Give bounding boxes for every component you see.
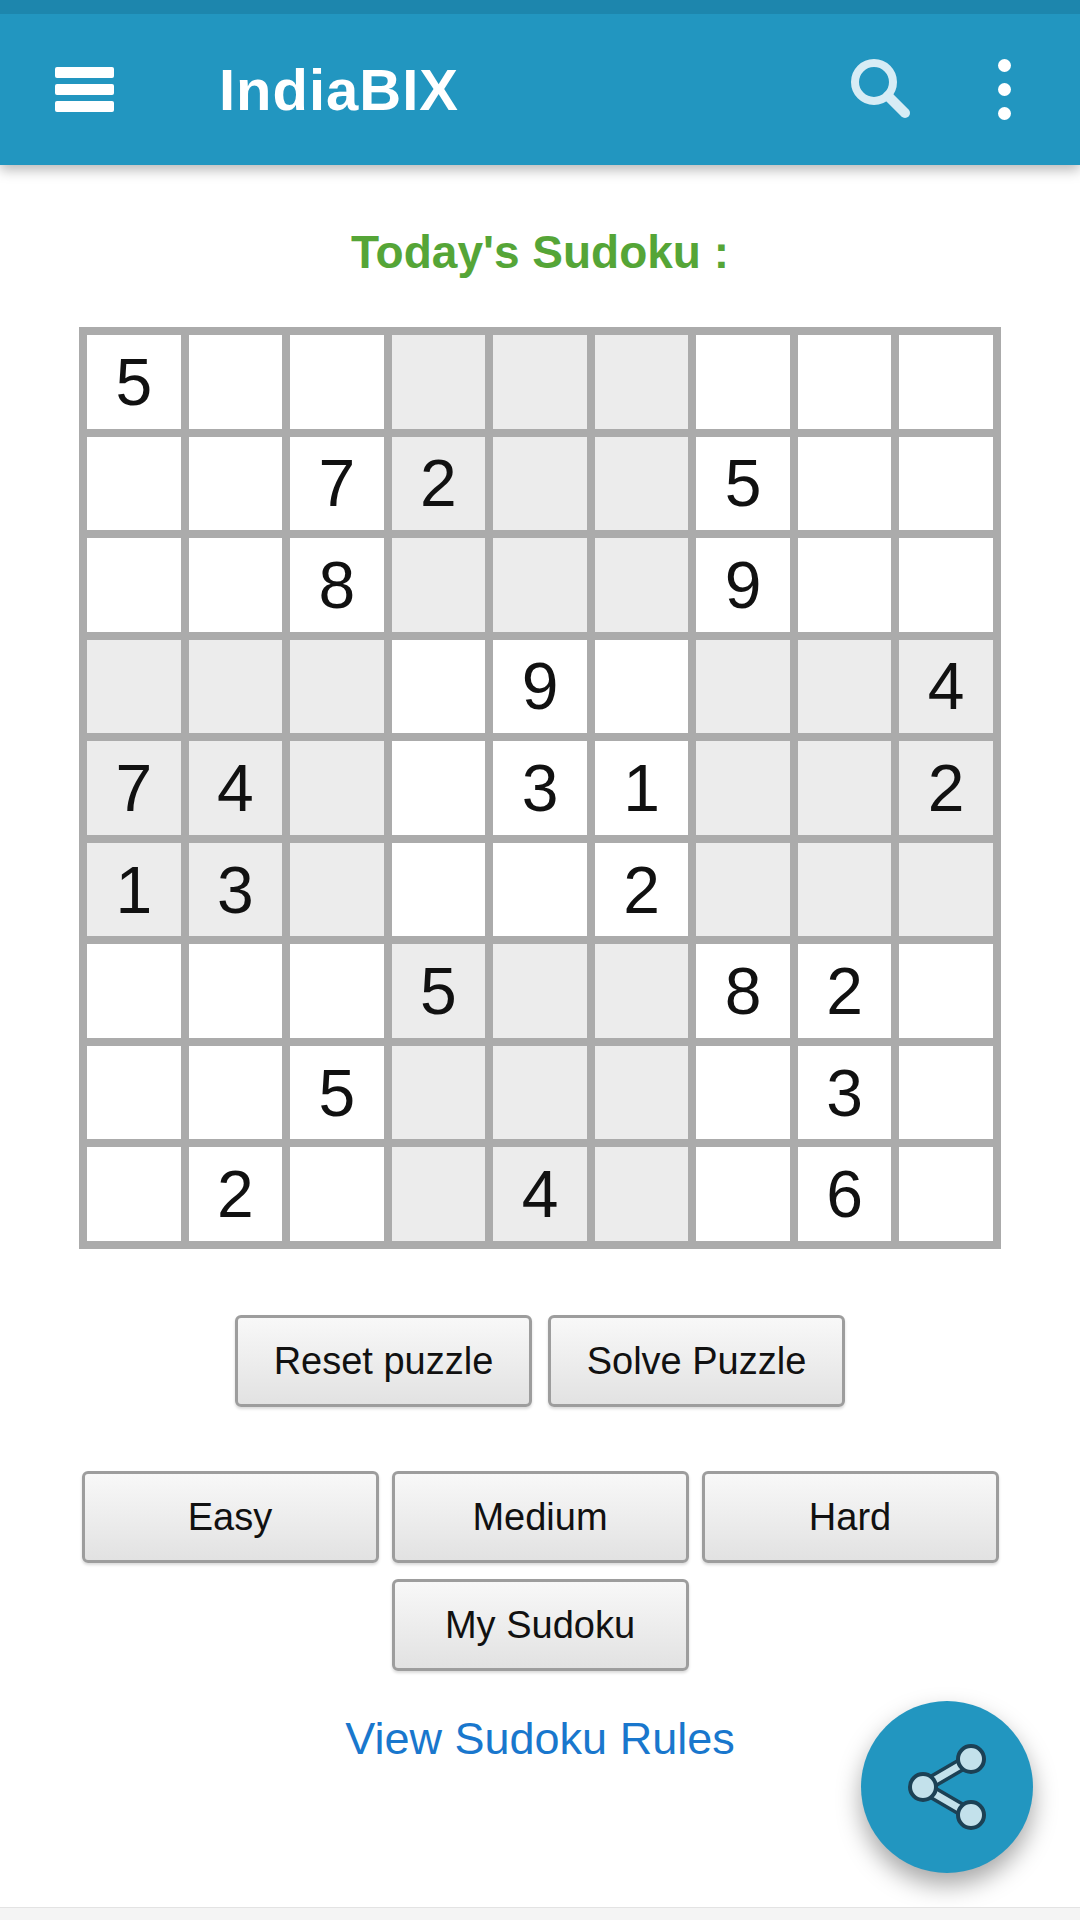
sudoku-cell-r6c9[interactable]	[899, 843, 993, 937]
sudoku-cell-r1c7[interactable]	[696, 335, 790, 429]
sudoku-cell-r6c7[interactable]	[696, 843, 790, 937]
share-icon	[901, 1741, 993, 1833]
sudoku-cell-r2c8[interactable]	[798, 437, 892, 531]
sudoku-cell-r5c7[interactable]	[696, 741, 790, 835]
hard-button[interactable]: Hard	[702, 1471, 999, 1563]
page-title: Today's Sudoku :	[0, 227, 1080, 277]
sudoku-cell-r1c8[interactable]	[798, 335, 892, 429]
sudoku-cell-r5c4[interactable]	[392, 741, 486, 835]
sudoku-cell-r8c5[interactable]	[493, 1046, 587, 1140]
sudoku-cell-r7c7[interactable]: 8	[696, 944, 790, 1038]
sudoku-cell-r1c1[interactable]: 5	[87, 335, 181, 429]
sudoku-cell-r1c6[interactable]	[595, 335, 689, 429]
sudoku-cell-r8c4[interactable]	[392, 1046, 486, 1140]
sudoku-cell-r6c4[interactable]	[392, 843, 486, 937]
bottom-navigation-strip	[0, 1907, 1080, 1920]
sudoku-cell-r2c7[interactable]: 5	[696, 437, 790, 531]
sudoku-cell-r4c8[interactable]	[798, 640, 892, 734]
sudoku-cell-r4c9[interactable]: 4	[899, 640, 993, 734]
sudoku-cell-r9c7[interactable]	[696, 1147, 790, 1241]
sudoku-cell-r4c3[interactable]	[290, 640, 384, 734]
solve-puzzle-button[interactable]: Solve Puzzle	[548, 1315, 845, 1407]
sudoku-cell-r9c5[interactable]: 4	[493, 1147, 587, 1241]
view-sudoku-rules-link[interactable]: View Sudoku Rules	[345, 1713, 734, 1764]
sudoku-cell-r2c3[interactable]: 7	[290, 437, 384, 531]
sudoku-cell-r8c6[interactable]	[595, 1046, 689, 1140]
my-sudoku-row: My Sudoku	[0, 1579, 1080, 1671]
sudoku-cell-r2c1[interactable]	[87, 437, 181, 531]
sudoku-cell-r9c2[interactable]: 2	[189, 1147, 283, 1241]
sudoku-cell-r7c5[interactable]	[493, 944, 587, 1038]
sudoku-cell-r4c6[interactable]	[595, 640, 689, 734]
sudoku-cell-r7c4[interactable]: 5	[392, 944, 486, 1038]
sudoku-cell-r9c9[interactable]	[899, 1147, 993, 1241]
sudoku-cell-r9c8[interactable]: 6	[798, 1147, 892, 1241]
sudoku-cell-r7c8[interactable]: 2	[798, 944, 892, 1038]
sudoku-cell-r3c7[interactable]: 9	[696, 538, 790, 632]
share-fab-button[interactable]	[861, 1701, 1033, 1873]
sudoku-cell-r4c7[interactable]	[696, 640, 790, 734]
app-bar: IndiaBIX	[0, 0, 1080, 165]
sudoku-cell-r4c1[interactable]	[87, 640, 181, 734]
sudoku-cell-r9c4[interactable]	[392, 1147, 486, 1241]
sudoku-cell-r3c5[interactable]	[493, 538, 587, 632]
sudoku-cell-r1c2[interactable]	[189, 335, 283, 429]
sudoku-cell-r1c4[interactable]	[392, 335, 486, 429]
search-icon[interactable]	[842, 52, 918, 128]
sudoku-cell-r4c2[interactable]	[189, 640, 283, 734]
sudoku-cell-r8c8[interactable]: 3	[798, 1046, 892, 1140]
sudoku-cell-r7c3[interactable]	[290, 944, 384, 1038]
sudoku-cell-r3c9[interactable]	[899, 538, 993, 632]
sudoku-cell-r9c1[interactable]	[87, 1147, 181, 1241]
sudoku-cell-r5c2[interactable]: 4	[189, 741, 283, 835]
sudoku-cell-r9c6[interactable]	[595, 1147, 689, 1241]
sudoku-cell-r2c6[interactable]	[595, 437, 689, 531]
sudoku-cell-r1c5[interactable]	[493, 335, 587, 429]
sudoku-cell-r5c1[interactable]: 7	[87, 741, 181, 835]
sudoku-cell-r3c1[interactable]	[87, 538, 181, 632]
sudoku-cell-r6c1[interactable]: 1	[87, 843, 181, 937]
sudoku-cell-r5c6[interactable]: 1	[595, 741, 689, 835]
sudoku-cell-r2c9[interactable]	[899, 437, 993, 531]
sudoku-cell-r6c8[interactable]	[798, 843, 892, 937]
sudoku-board: 572589947431213258253246	[79, 327, 1001, 1249]
my-sudoku-button[interactable]: My Sudoku	[392, 1579, 689, 1671]
sudoku-cell-r5c3[interactable]	[290, 741, 384, 835]
easy-button[interactable]: Easy	[82, 1471, 379, 1563]
sudoku-cell-r6c2[interactable]: 3	[189, 843, 283, 937]
sudoku-cell-r1c3[interactable]	[290, 335, 384, 429]
sudoku-cell-r8c3[interactable]: 5	[290, 1046, 384, 1140]
sudoku-cell-r8c1[interactable]	[87, 1046, 181, 1140]
sudoku-cell-r3c2[interactable]	[189, 538, 283, 632]
sudoku-cell-r8c7[interactable]	[696, 1046, 790, 1140]
sudoku-cell-r2c4[interactable]: 2	[392, 437, 486, 531]
sudoku-cell-r7c1[interactable]	[87, 944, 181, 1038]
sudoku-cell-r8c9[interactable]	[899, 1046, 993, 1140]
sudoku-cell-r4c5[interactable]: 9	[493, 640, 587, 734]
sudoku-cell-r7c2[interactable]	[189, 944, 283, 1038]
action-button-row: Reset puzzle Solve Puzzle	[0, 1315, 1080, 1407]
difficulty-button-row: Easy Medium Hard	[0, 1471, 1080, 1563]
sudoku-cell-r3c3[interactable]: 8	[290, 538, 384, 632]
sudoku-cell-r5c5[interactable]: 3	[493, 741, 587, 835]
sudoku-cell-r8c2[interactable]	[189, 1046, 283, 1140]
sudoku-cell-r2c2[interactable]	[189, 437, 283, 531]
medium-button[interactable]: Medium	[392, 1471, 689, 1563]
sudoku-cell-r6c3[interactable]	[290, 843, 384, 937]
sudoku-cell-r4c4[interactable]	[392, 640, 486, 734]
status-bar	[0, 0, 1080, 14]
sudoku-cell-r5c9[interactable]: 2	[899, 741, 993, 835]
reset-puzzle-button[interactable]: Reset puzzle	[235, 1315, 532, 1407]
sudoku-cell-r7c6[interactable]	[595, 944, 689, 1038]
sudoku-cell-r3c6[interactable]	[595, 538, 689, 632]
app-title: IndiaBIX	[219, 56, 459, 123]
sudoku-cell-r3c8[interactable]	[798, 538, 892, 632]
sudoku-cell-r3c4[interactable]	[392, 538, 486, 632]
sudoku-cell-r6c5[interactable]	[493, 843, 587, 937]
hamburger-menu-icon[interactable]	[55, 67, 114, 112]
sudoku-cell-r5c8[interactable]	[798, 741, 892, 835]
sudoku-cell-r9c3[interactable]	[290, 1147, 384, 1241]
sudoku-cell-r7c9[interactable]	[899, 944, 993, 1038]
sudoku-cell-r6c6[interactable]: 2	[595, 843, 689, 937]
overflow-menu-icon[interactable]	[984, 52, 1024, 128]
sudoku-cell-r2c5[interactable]	[493, 437, 587, 531]
sudoku-cell-r1c9[interactable]	[899, 335, 993, 429]
